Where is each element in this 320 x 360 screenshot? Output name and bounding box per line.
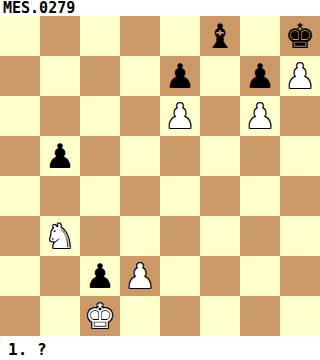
square-g2[interactable] <box>240 256 280 296</box>
black-pawn[interactable]: ♟ <box>85 256 115 296</box>
square-e7[interactable]: ♟ <box>160 56 200 96</box>
square-f4[interactable] <box>200 176 240 216</box>
square-d5[interactable] <box>120 136 160 176</box>
square-h4[interactable] <box>280 176 320 216</box>
square-c6[interactable] <box>80 96 120 136</box>
square-a7[interactable] <box>0 56 40 96</box>
square-b6[interactable] <box>40 96 80 136</box>
white-pawn[interactable]: ♟ <box>165 96 195 136</box>
black-bishop[interactable]: ♝ <box>205 16 235 56</box>
black-pawn[interactable]: ♟ <box>165 56 195 96</box>
puzzle-title: MES.0279 <box>0 0 320 16</box>
square-e2[interactable] <box>160 256 200 296</box>
black-pawn[interactable]: ♟ <box>45 136 75 176</box>
square-c2[interactable]: ♟ <box>80 256 120 296</box>
square-g6[interactable]: ♟ <box>240 96 280 136</box>
square-e1[interactable] <box>160 296 200 336</box>
square-c1[interactable]: ♚ <box>80 296 120 336</box>
square-f2[interactable] <box>200 256 240 296</box>
square-c3[interactable] <box>80 216 120 256</box>
square-d3[interactable] <box>120 216 160 256</box>
white-pawn[interactable]: ♟ <box>125 256 155 296</box>
square-b3[interactable]: ♞ <box>40 216 80 256</box>
square-g3[interactable] <box>240 216 280 256</box>
square-b8[interactable] <box>40 16 80 56</box>
square-g4[interactable] <box>240 176 280 216</box>
square-c8[interactable] <box>80 16 120 56</box>
square-g7[interactable]: ♟ <box>240 56 280 96</box>
square-f8[interactable]: ♝ <box>200 16 240 56</box>
square-g8[interactable] <box>240 16 280 56</box>
square-d4[interactable] <box>120 176 160 216</box>
square-d6[interactable] <box>120 96 160 136</box>
square-a8[interactable] <box>0 16 40 56</box>
chess-board: ♝♚♟♟♟♟♟♟♞♟♟♚ <box>0 16 320 336</box>
black-king[interactable]: ♚ <box>285 16 315 56</box>
square-c5[interactable] <box>80 136 120 176</box>
square-b7[interactable] <box>40 56 80 96</box>
square-c7[interactable] <box>80 56 120 96</box>
square-d2[interactable]: ♟ <box>120 256 160 296</box>
square-h8[interactable]: ♚ <box>280 16 320 56</box>
move-prompt: 1. ? <box>0 336 320 360</box>
square-b1[interactable] <box>40 296 80 336</box>
square-d7[interactable] <box>120 56 160 96</box>
square-h1[interactable] <box>280 296 320 336</box>
square-f1[interactable] <box>200 296 240 336</box>
square-h2[interactable] <box>280 256 320 296</box>
square-a4[interactable] <box>0 176 40 216</box>
square-c4[interactable] <box>80 176 120 216</box>
square-a2[interactable] <box>0 256 40 296</box>
square-b2[interactable] <box>40 256 80 296</box>
square-f6[interactable] <box>200 96 240 136</box>
square-a6[interactable] <box>0 96 40 136</box>
square-a5[interactable] <box>0 136 40 176</box>
square-h6[interactable] <box>280 96 320 136</box>
square-g5[interactable] <box>240 136 280 176</box>
square-e4[interactable] <box>160 176 200 216</box>
square-g1[interactable] <box>240 296 280 336</box>
black-pawn[interactable]: ♟ <box>245 56 275 96</box>
square-b4[interactable] <box>40 176 80 216</box>
square-h3[interactable] <box>280 216 320 256</box>
white-pawn[interactable]: ♟ <box>245 96 275 136</box>
square-f5[interactable] <box>200 136 240 176</box>
square-h5[interactable] <box>280 136 320 176</box>
square-d8[interactable] <box>120 16 160 56</box>
square-e6[interactable]: ♟ <box>160 96 200 136</box>
square-f7[interactable] <box>200 56 240 96</box>
white-king[interactable]: ♚ <box>85 296 115 336</box>
square-f3[interactable] <box>200 216 240 256</box>
square-a3[interactable] <box>0 216 40 256</box>
square-e3[interactable] <box>160 216 200 256</box>
white-knight[interactable]: ♞ <box>45 216 75 256</box>
square-d1[interactable] <box>120 296 160 336</box>
square-a1[interactable] <box>0 296 40 336</box>
square-e8[interactable] <box>160 16 200 56</box>
white-pawn[interactable]: ♟ <box>285 56 315 96</box>
square-e5[interactable] <box>160 136 200 176</box>
square-b5[interactable]: ♟ <box>40 136 80 176</box>
square-h7[interactable]: ♟ <box>280 56 320 96</box>
